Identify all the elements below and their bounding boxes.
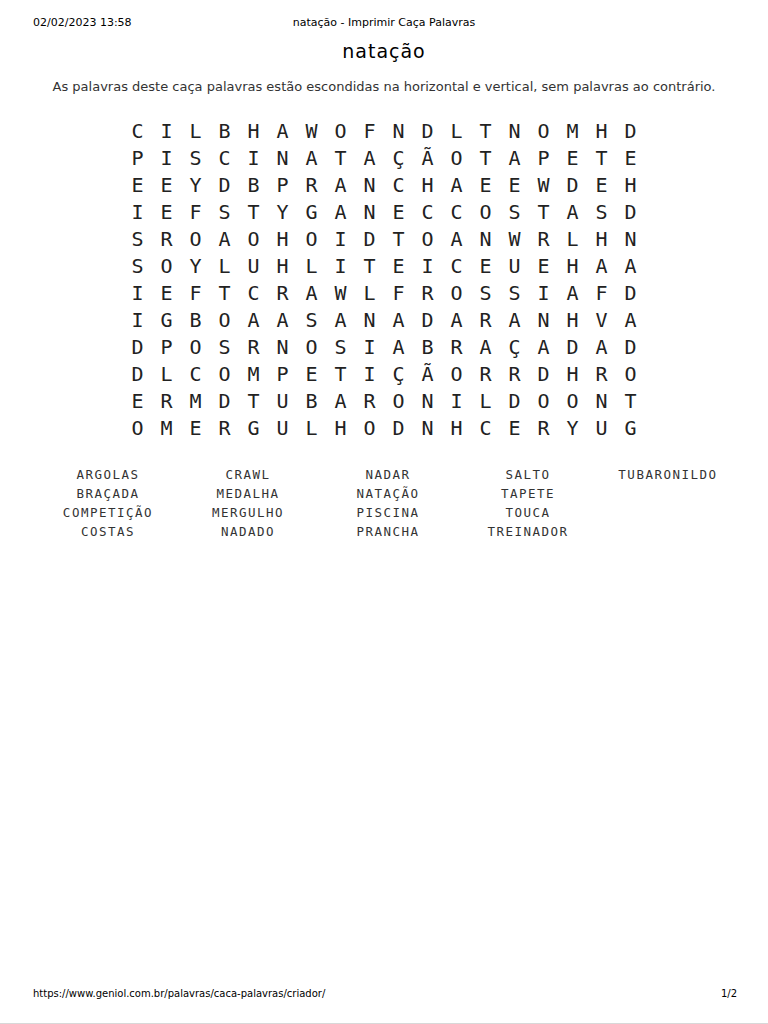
grid-cell-r5-c4: A [210,225,239,252]
grid-cell-r4-c14: S [500,198,529,225]
word-list-column-2: CRAWLMEDALHAMERGULHONADADO [178,465,318,541]
grid-cell-r12-c6: U [268,414,297,441]
grid-cell-r8-c14: A [500,306,529,333]
grid-cell-r11-c5: T [239,387,268,414]
grid-cell-r7-c3: F [181,279,210,306]
grid-cell-r10-c8: T [326,360,355,387]
grid-cell-r8-c17: V [587,306,616,333]
print-preview-page: 02/02/2023 13:58 natação - Imprimir Caça… [0,0,768,1024]
grid-cell-r12-c13: C [471,414,500,441]
grid-cell-r5-c8: I [326,225,355,252]
grid-cell-r1-c3: L [181,117,210,144]
grid-cell-r4-c8: A [326,198,355,225]
grid-cell-r4-c17: S [587,198,616,225]
grid-cell-r10-c17: R [587,360,616,387]
grid-cell-r7-c5: C [239,279,268,306]
grid-cell-r2-c3: S [181,144,210,171]
grid-cell-r11-c8: A [326,387,355,414]
grid-cell-r1-c1: C [123,117,152,144]
word-list: ARGOLASBRAÇADACOMPETIÇÃOCOSTASCRAWLMEDAL… [38,465,738,541]
grid-cell-r10-c11: Ã [413,360,442,387]
grid-cell-r10-c4: O [210,360,239,387]
grid-cell-r2-c14: A [500,144,529,171]
grid-cell-r11-c1: E [123,387,152,414]
grid-cell-r1-c13: T [471,117,500,144]
word-item: COMPETIÇÃO [38,503,178,522]
grid-cell-r5-c3: O [181,225,210,252]
grid-cell-r3-c6: P [268,171,297,198]
grid-cell-r2-c13: T [471,144,500,171]
grid-cell-r2-c15: P [529,144,558,171]
grid-cell-r2-c11: Ã [413,144,442,171]
grid-cell-r8-c2: G [152,306,181,333]
grid-cell-r7-c1: I [123,279,152,306]
word-list-column-3: NADARNATAÇÃOPISCINAPRANCHA [318,465,458,541]
grid-cell-r11-c10: O [384,387,413,414]
grid-cell-r5-c10: T [384,225,413,252]
grid-cell-r4-c12: C [442,198,471,225]
grid-cell-r8-c1: I [123,306,152,333]
grid-cell-r9-c3: O [181,333,210,360]
word-item: SALTO [458,465,598,484]
grid-cell-r4-c18: D [616,198,645,225]
grid-cell-r3-c15: W [529,171,558,198]
word-item: TAPETE [458,484,598,503]
grid-cell-r11-c9: R [355,387,384,414]
word-item: PISCINA [318,503,458,522]
grid-cell-r12-c15: R [529,414,558,441]
grid-cell-r6-c17: A [587,252,616,279]
grid-cell-r10-c15: D [529,360,558,387]
word-item: NATAÇÃO [318,484,458,503]
puzzle-instructions: As palavras deste caça palavras estão es… [0,79,768,94]
grid-cell-r8-c13: R [471,306,500,333]
grid-cell-r1-c17: H [587,117,616,144]
grid-cell-r1-c10: N [384,117,413,144]
grid-cell-r7-c11: R [413,279,442,306]
grid-cell-r5-c7: O [297,225,326,252]
grid-cell-r10-c16: H [558,360,587,387]
grid-cell-r1-c7: W [297,117,326,144]
grid-cell-r2-c2: I [152,144,181,171]
grid-cell-r3-c10: C [384,171,413,198]
grid-cell-r6-c11: I [413,252,442,279]
grid-cell-r4-c13: O [471,198,500,225]
grid-cell-r10-c13: R [471,360,500,387]
grid-cell-r3-c9: N [355,171,384,198]
word-item: PRANCHA [318,522,458,541]
grid-cell-r2-c10: Ç [384,144,413,171]
grid-cell-r10-c12: O [442,360,471,387]
grid-cell-r11-c2: R [152,387,181,414]
grid-cell-r12-c16: Y [558,414,587,441]
grid-cell-r4-c9: N [355,198,384,225]
grid-cell-r4-c1: I [123,198,152,225]
grid-cell-r3-c17: E [587,171,616,198]
grid-cell-r11-c3: M [181,387,210,414]
word-list-column-1: ARGOLASBRAÇADACOMPETIÇÃOCOSTAS [38,465,178,541]
grid-cell-r6-c4: L [210,252,239,279]
grid-cell-r8-c5: A [239,306,268,333]
grid-cell-r8-c9: N [355,306,384,333]
grid-cell-r2-c18: E [616,144,645,171]
grid-cell-r9-c10: A [384,333,413,360]
grid-cell-r4-c10: E [384,198,413,225]
grid-cell-r1-c8: O [326,117,355,144]
grid-cell-r9-c1: D [123,333,152,360]
grid-cell-r5-c1: S [123,225,152,252]
grid-cell-r8-c8: A [326,306,355,333]
grid-cell-r12-c14: E [500,414,529,441]
grid-cell-r9-c7: O [297,333,326,360]
grid-cell-r7-c10: F [384,279,413,306]
grid-cell-r6-c9: T [355,252,384,279]
grid-cell-r3-c5: B [239,171,268,198]
grid-cell-r3-c16: D [558,171,587,198]
print-footer: https://www.geniol.com.br/palavras/caca-… [33,988,737,1002]
word-item: BRAÇADA [38,484,178,503]
grid-cell-r4-c7: G [297,198,326,225]
grid-cell-r10-c2: L [152,360,181,387]
grid-cell-r11-c7: B [297,387,326,414]
grid-cell-r8-c10: A [384,306,413,333]
footer-url: https://www.geniol.com.br/palavras/caca-… [33,988,325,999]
grid-cell-r5-c17: H [587,225,616,252]
grid-cell-r12-c12: H [442,414,471,441]
grid-cell-r6-c13: E [471,252,500,279]
grid-cell-r8-c4: O [210,306,239,333]
grid-cell-r9-c6: N [268,333,297,360]
grid-cell-r6-c3: Y [181,252,210,279]
document-title: natação - Imprimir Caça Palavras [33,16,735,29]
grid-cell-r1-c14: N [500,117,529,144]
grid-cell-r1-c11: D [413,117,442,144]
grid-cell-r1-c15: O [529,117,558,144]
grid-cell-r6-c5: U [239,252,268,279]
grid-cell-r11-c16: O [558,387,587,414]
grid-cell-r5-c2: R [152,225,181,252]
grid-cell-r3-c7: R [297,171,326,198]
grid-cell-r12-c5: G [239,414,268,441]
grid-cell-r1-c2: I [152,117,181,144]
grid-cell-r6-c12: C [442,252,471,279]
grid-cell-r9-c14: Ç [500,333,529,360]
word-item: CRAWL [178,465,318,484]
grid-cell-r4-c6: Y [268,198,297,225]
word-item: MEDALHA [178,484,318,503]
page-indicator: 1/2 [721,988,737,999]
grid-cell-r4-c11: C [413,198,442,225]
grid-cell-r2-c5: I [239,144,268,171]
grid-cell-r7-c6: R [268,279,297,306]
grid-cell-r6-c15: E [529,252,558,279]
grid-cell-r1-c9: F [355,117,384,144]
grid-cell-r8-c6: A [268,306,297,333]
grid-cell-r5-c15: R [529,225,558,252]
grid-cell-r11-c17: N [587,387,616,414]
grid-cell-r8-c3: B [181,306,210,333]
grid-cell-r9-c13: A [471,333,500,360]
grid-cell-r11-c11: N [413,387,442,414]
grid-cell-r10-c14: R [500,360,529,387]
grid-cell-r9-c18: D [616,333,645,360]
grid-cell-r3-c1: E [123,171,152,198]
grid-cell-r7-c14: S [500,279,529,306]
grid-cell-r7-c7: A [297,279,326,306]
grid-cell-r7-c13: S [471,279,500,306]
grid-cell-r2-c12: O [442,144,471,171]
word-list-column-4: SALTOTAPETETOUCATREINADOR [458,465,598,541]
grid-cell-r6-c18: A [616,252,645,279]
grid-cell-r10-c1: D [123,360,152,387]
puzzle-title: natação [0,40,768,62]
grid-cell-r4-c16: A [558,198,587,225]
grid-cell-r11-c12: I [442,387,471,414]
grid-cell-r8-c16: H [558,306,587,333]
grid-cell-r4-c4: S [210,198,239,225]
word-item: COSTAS [38,522,178,541]
grid-cell-r2-c7: A [297,144,326,171]
grid-cell-r10-c3: C [181,360,210,387]
grid-cell-r6-c14: U [500,252,529,279]
grid-cell-r8-c18: A [616,306,645,333]
grid-cell-r9-c16: D [558,333,587,360]
grid-cell-r2-c1: P [123,144,152,171]
grid-cell-r5-c9: D [355,225,384,252]
grid-cell-r9-c11: B [413,333,442,360]
grid-cell-r10-c7: E [297,360,326,387]
grid-cell-r2-c17: T [587,144,616,171]
grid-cell-r9-c8: S [326,333,355,360]
grid-cell-r12-c2: M [152,414,181,441]
print-header: 02/02/2023 13:58 natação - Imprimir Caça… [33,16,735,30]
grid-cell-r7-c12: O [442,279,471,306]
word-item: TUBARONILDO [598,465,738,484]
grid-cell-r11-c15: O [529,387,558,414]
grid-cell-r10-c5: M [239,360,268,387]
grid-cell-r6-c10: E [384,252,413,279]
grid-cell-r12-c17: U [587,414,616,441]
grid-cell-r11-c6: U [268,387,297,414]
grid-cell-r6-c1: S [123,252,152,279]
grid-cell-r1-c12: L [442,117,471,144]
grid-cell-r12-c8: H [326,414,355,441]
grid-cell-r9-c15: A [529,333,558,360]
grid-cell-r8-c15: N [529,306,558,333]
grid-cell-r12-c4: R [210,414,239,441]
grid-cell-r11-c14: D [500,387,529,414]
grid-cell-r9-c2: P [152,333,181,360]
grid-cell-r7-c8: W [326,279,355,306]
grid-cell-r8-c12: A [442,306,471,333]
grid-cell-r3-c8: A [326,171,355,198]
word-item: MERGULHO [178,503,318,522]
grid-cell-r6-c16: H [558,252,587,279]
grid-cell-r7-c9: L [355,279,384,306]
grid-cell-r5-c12: A [442,225,471,252]
word-item: ARGOLAS [38,465,178,484]
grid-cell-r12-c9: O [355,414,384,441]
grid-cell-r9-c12: R [442,333,471,360]
grid-cell-r9-c9: I [355,333,384,360]
grid-cell-r7-c16: A [558,279,587,306]
grid-cell-r9-c5: R [239,333,268,360]
grid-cell-r3-c11: H [413,171,442,198]
grid-cell-r3-c13: E [471,171,500,198]
grid-cell-r5-c16: L [558,225,587,252]
grid-cell-r3-c12: A [442,171,471,198]
grid-cell-r4-c2: E [152,198,181,225]
grid-cell-r1-c5: H [239,117,268,144]
grid-cell-r5-c18: N [616,225,645,252]
word-item: NADAR [318,465,458,484]
grid-cell-r2-c16: E [558,144,587,171]
grid-cell-r12-c11: N [413,414,442,441]
grid-cell-r10-c10: Ç [384,360,413,387]
grid-cell-r8-c11: D [413,306,442,333]
grid-cell-r10-c6: P [268,360,297,387]
word-list-column-5: TUBARONILDO [598,465,738,541]
grid-cell-r6-c7: L [297,252,326,279]
grid-cell-r11-c4: D [210,387,239,414]
grid-cell-r1-c18: D [616,117,645,144]
grid-cell-r5-c6: H [268,225,297,252]
grid-cell-r10-c18: O [616,360,645,387]
grid-cell-r5-c14: W [500,225,529,252]
grid-cell-r7-c15: I [529,279,558,306]
word-item: TOUCA [458,503,598,522]
grid-cell-r12-c10: D [384,414,413,441]
grid-cell-r2-c8: T [326,144,355,171]
grid-cell-r4-c15: T [529,198,558,225]
word-search-grid: CILBHAWOFNDLTNOMHDPISCINATAÇÃOTAPETEEEYD… [123,117,645,441]
grid-cell-r4-c3: F [181,198,210,225]
grid-cell-r11-c18: T [616,387,645,414]
grid-cell-r3-c2: E [152,171,181,198]
grid-cell-r7-c4: T [210,279,239,306]
grid-cell-r7-c2: E [152,279,181,306]
grid-cell-r9-c4: S [210,333,239,360]
grid-cell-r3-c14: E [500,171,529,198]
grid-cell-r12-c3: E [181,414,210,441]
grid-cell-r12-c18: G [616,414,645,441]
grid-cell-r12-c1: O [123,414,152,441]
grid-cell-r3-c18: H [616,171,645,198]
grid-cell-r3-c3: Y [181,171,210,198]
grid-cell-r9-c17: A [587,333,616,360]
grid-cell-r8-c7: S [297,306,326,333]
grid-cell-r2-c4: C [210,144,239,171]
grid-cell-r6-c8: I [326,252,355,279]
grid-cell-r7-c17: F [587,279,616,306]
word-item: TREINADOR [458,522,598,541]
word-item: NADADO [178,522,318,541]
grid-cell-r5-c11: O [413,225,442,252]
grid-cell-r12-c7: L [297,414,326,441]
grid-cell-r5-c5: O [239,225,268,252]
grid-cell-r1-c4: B [210,117,239,144]
grid-cell-r2-c6: N [268,144,297,171]
grid-cell-r7-c18: D [616,279,645,306]
grid-cell-r1-c16: M [558,117,587,144]
grid-cell-r3-c4: D [210,171,239,198]
grid-cell-r10-c9: I [355,360,384,387]
grid-cell-r5-c13: N [471,225,500,252]
grid-cell-r11-c13: L [471,387,500,414]
grid-cell-r4-c5: T [239,198,268,225]
grid-cell-r2-c9: A [355,144,384,171]
grid-cell-r1-c6: A [268,117,297,144]
grid-cell-r6-c2: O [152,252,181,279]
grid-cell-r6-c6: H [268,252,297,279]
